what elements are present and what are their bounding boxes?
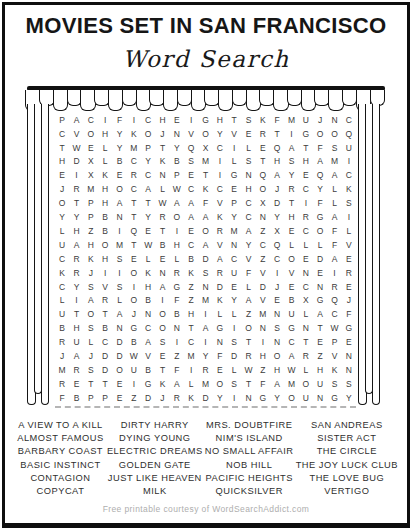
- cell-r15c10: H: [184, 308, 198, 322]
- cell-r9c16: X: [270, 224, 284, 238]
- letter-grid: PACIFICHEIGHTSKFMUJNCCVOHYKOJNVOYVERTIGO…: [55, 113, 356, 405]
- cell-r5c17: Y: [284, 169, 298, 183]
- cell-r3c11: X: [198, 141, 212, 155]
- cell-r2c2: V: [69, 127, 83, 141]
- cell-r17c13: S: [227, 335, 241, 349]
- cell-r7c18: I: [299, 196, 313, 210]
- cell-r15c21: F: [342, 308, 356, 322]
- cell-r10c1: U: [55, 238, 69, 252]
- cell-r2c4: H: [98, 127, 112, 141]
- cell-r19c19: H: [313, 363, 327, 377]
- word-item: GOLDEN GATE: [107, 459, 203, 472]
- cell-r6c11: K: [198, 183, 212, 197]
- cell-r12c20: I: [327, 266, 341, 280]
- cell-r13c2: Y: [69, 280, 83, 294]
- word-item: COPYCAT: [14, 485, 107, 498]
- cell-r9c17: E: [284, 224, 298, 238]
- cell-r18c5: D: [112, 349, 126, 363]
- cell-r16c21: G: [342, 322, 356, 336]
- cell-r18c1: J: [55, 349, 69, 363]
- word-item: BASIC INSTINCT: [14, 459, 107, 472]
- cell-r20c17: M: [284, 377, 298, 391]
- cell-r8c19: G: [313, 210, 327, 224]
- cell-r6c6: C: [127, 183, 141, 197]
- cell-r14c5: L: [112, 294, 126, 308]
- cell-r19c16: H: [270, 363, 284, 377]
- cell-r4c2: D: [69, 155, 83, 169]
- cell-r8c13: Y: [227, 210, 241, 224]
- cell-r2c6: K: [127, 127, 141, 141]
- cell-r17c8: S: [155, 335, 169, 349]
- cell-r5c10: E: [184, 169, 198, 183]
- cell-r21c9: R: [170, 391, 184, 405]
- word-list-column-1: A VIEW TO A KILLALMOST FAMOUSBARBARY COA…: [14, 419, 107, 498]
- cell-r10c11: A: [198, 238, 212, 252]
- word-item: MRS. DOUBTFIRE: [203, 419, 296, 432]
- cell-r13c7: H: [141, 280, 155, 294]
- cell-r4c3: X: [84, 155, 98, 169]
- cell-r9c18: C: [299, 224, 313, 238]
- cell-r12c9: R: [170, 266, 184, 280]
- cell-r6c17: R: [284, 183, 298, 197]
- cell-r17c20: P: [327, 335, 341, 349]
- cell-r16c6: G: [127, 322, 141, 336]
- cell-r12c12: R: [213, 266, 227, 280]
- cell-r14c10: Z: [184, 294, 198, 308]
- cell-r3c18: T: [299, 141, 313, 155]
- cell-r15c19: A: [313, 308, 327, 322]
- grid-bottom-dashed-line: [55, 406, 356, 408]
- cell-r18c18: R: [299, 349, 313, 363]
- cell-r4c12: I: [213, 155, 227, 169]
- cell-r18c20: V: [327, 349, 341, 363]
- cell-r1c1: P: [55, 113, 69, 127]
- cell-r21c17: O: [284, 391, 298, 405]
- cell-r21c12: Y: [213, 391, 227, 405]
- cell-r8c10: A: [184, 210, 198, 224]
- cell-r17c7: A: [141, 335, 155, 349]
- cell-r14c3: A: [84, 294, 98, 308]
- cell-r14c20: Q: [327, 294, 341, 308]
- cell-r11c8: E: [155, 252, 169, 266]
- cell-r14c19: G: [313, 294, 327, 308]
- cell-r6c19: Y: [313, 183, 327, 197]
- cell-r4c18: H: [299, 155, 313, 169]
- cell-r1c13: T: [227, 113, 241, 127]
- cell-r6c20: L: [327, 183, 341, 197]
- cell-r4c14: S: [241, 155, 255, 169]
- cell-r2c8: J: [155, 127, 169, 141]
- cell-r21c8: J: [155, 391, 169, 405]
- cell-r19c8: T: [155, 363, 169, 377]
- word-item: NO SMALL AFFAIR: [203, 445, 296, 458]
- cell-r8c2: Y: [69, 210, 83, 224]
- cell-r13c11: N: [198, 280, 212, 294]
- cell-r10c6: T: [127, 238, 141, 252]
- cell-r5c18: E: [299, 169, 313, 183]
- cell-r17c4: C: [98, 335, 112, 349]
- cell-r19c9: F: [170, 363, 184, 377]
- cell-r5c7: C: [141, 169, 155, 183]
- word-item: ALMOST FAMOUS: [14, 432, 107, 445]
- cell-r5c20: A: [327, 169, 341, 183]
- cell-r15c1: U: [55, 308, 69, 322]
- cell-r9c10: E: [184, 224, 198, 238]
- cell-r11c11: D: [198, 252, 212, 266]
- cell-r16c18: N: [299, 322, 313, 336]
- cell-r21c11: D: [198, 391, 212, 405]
- cell-r12c16: I: [270, 266, 284, 280]
- cell-r1c21: C: [342, 113, 356, 127]
- cell-r8c15: N: [256, 210, 270, 224]
- cell-r8c1: Y: [55, 210, 69, 224]
- cell-r15c7: N: [141, 308, 155, 322]
- cell-r4c7: Y: [141, 155, 155, 169]
- cell-r5c21: C: [342, 169, 356, 183]
- cell-r16c5: N: [112, 322, 126, 336]
- cell-r13c1: C: [55, 280, 69, 294]
- cell-r19c3: S: [84, 363, 98, 377]
- cell-r21c2: B: [69, 391, 83, 405]
- cell-r11c3: K: [84, 252, 98, 266]
- cell-r4c20: M: [327, 155, 341, 169]
- cell-r19c20: K: [327, 363, 341, 377]
- cell-r8c18: R: [299, 210, 313, 224]
- cell-r10c7: W: [141, 238, 155, 252]
- cell-r13c16: J: [270, 280, 284, 294]
- cell-r4c9: B: [170, 155, 184, 169]
- cell-r13c3: S: [84, 280, 98, 294]
- cell-r1c7: C: [141, 113, 155, 127]
- curtain-right-panel: [360, 104, 380, 405]
- cell-r9c2: H: [69, 224, 83, 238]
- cell-r8c21: I: [342, 210, 356, 224]
- cell-r15c3: O: [84, 308, 98, 322]
- cell-r18c12: F: [213, 349, 227, 363]
- cell-r12c11: S: [198, 266, 212, 280]
- cell-r19c11: R: [198, 363, 212, 377]
- cell-r12c2: R: [69, 266, 83, 280]
- cell-r17c15: I: [256, 335, 270, 349]
- cell-r4c13: L: [227, 155, 241, 169]
- cell-r12c5: I: [112, 266, 126, 280]
- cell-r11c5: S: [112, 252, 126, 266]
- cell-r21c13: I: [227, 391, 241, 405]
- cell-r2c3: O: [84, 127, 98, 141]
- cell-r10c12: V: [213, 238, 227, 252]
- cell-r6c16: J: [270, 183, 284, 197]
- cell-r2c13: V: [227, 127, 241, 141]
- cell-r1c19: J: [313, 113, 327, 127]
- cell-r20c5: E: [112, 377, 126, 391]
- cell-r1c10: I: [184, 113, 198, 127]
- cell-r2c5: Y: [112, 127, 126, 141]
- cell-r15c16: N: [270, 308, 284, 322]
- cell-r10c15: C: [256, 238, 270, 252]
- cell-r15c11: I: [198, 308, 212, 322]
- cell-r4c17: S: [284, 155, 298, 169]
- cell-r21c19: N: [313, 391, 327, 405]
- cell-r18c11: Y: [198, 349, 212, 363]
- cell-r9c8: T: [155, 224, 169, 238]
- cell-r8c17: H: [284, 210, 298, 224]
- cell-r8c7: Y: [141, 210, 155, 224]
- cell-r10c17: L: [284, 238, 298, 252]
- cell-r21c10: K: [184, 391, 198, 405]
- cell-r4c11: M: [198, 155, 212, 169]
- word-search-page: MOVIES SET IN SAN FRANCISCO Word Search …: [0, 0, 412, 530]
- cell-r19c5: O: [112, 363, 126, 377]
- cell-r20c10: L: [184, 377, 198, 391]
- cell-r9c7: E: [141, 224, 155, 238]
- cell-r10c19: L: [313, 238, 327, 252]
- cell-r9c12: R: [213, 224, 227, 238]
- cell-r19c6: U: [127, 363, 141, 377]
- cell-r12c10: K: [184, 266, 198, 280]
- cell-r6c12: C: [213, 183, 227, 197]
- cell-r5c5: E: [112, 169, 126, 183]
- cell-r5c1: E: [55, 169, 69, 183]
- cell-r12c3: J: [84, 266, 98, 280]
- cell-r1c6: I: [127, 113, 141, 127]
- cell-r21c16: Y: [270, 391, 284, 405]
- cell-r3c16: Q: [270, 141, 284, 155]
- cell-r6c4: H: [98, 183, 112, 197]
- cell-r11c16: C: [270, 252, 284, 266]
- cell-r21c7: D: [141, 391, 155, 405]
- cell-r17c21: E: [342, 335, 356, 349]
- cell-r1c8: H: [155, 113, 169, 127]
- cell-r17c11: I: [198, 335, 212, 349]
- cell-r12c4: I: [98, 266, 112, 280]
- cell-r20c21: S: [342, 377, 356, 391]
- cell-r11c6: E: [127, 252, 141, 266]
- cell-r9c9: I: [170, 224, 184, 238]
- cell-r5c12: I: [213, 169, 227, 183]
- cell-r1c16: F: [270, 113, 284, 127]
- cell-r21c14: N: [241, 391, 255, 405]
- cell-r21c3: P: [84, 391, 98, 405]
- word-list: A VIEW TO A KILLALMOST FAMOUSBARBARY COA…: [14, 419, 398, 498]
- cell-r8c8: R: [155, 210, 169, 224]
- cell-r16c4: B: [98, 322, 112, 336]
- cell-r18c21: N: [342, 349, 356, 363]
- cell-r14c1: L: [55, 294, 69, 308]
- cell-r14c11: M: [198, 294, 212, 308]
- cell-r17c19: E: [313, 335, 327, 349]
- cell-r20c16: A: [270, 377, 284, 391]
- cell-r7c8: W: [155, 196, 169, 210]
- cell-r18c4: D: [98, 349, 112, 363]
- curtain-pleat: [232, 90, 247, 106]
- cell-r1c11: G: [198, 113, 212, 127]
- cell-r18c15: H: [256, 349, 270, 363]
- cell-r14c7: B: [141, 294, 155, 308]
- cell-r12c18: N: [299, 266, 313, 280]
- cell-r17c10: C: [184, 335, 198, 349]
- cell-r10c5: M: [112, 238, 126, 252]
- cell-r2c7: O: [141, 127, 155, 141]
- cell-r18c9: Z: [170, 349, 184, 363]
- cell-r6c2: R: [69, 183, 83, 197]
- cell-r18c19: Z: [313, 349, 327, 363]
- cell-r1c14: S: [241, 113, 255, 127]
- cell-r4c21: I: [342, 155, 356, 169]
- cell-r18c14: R: [241, 349, 255, 363]
- cell-r2c1: C: [55, 127, 69, 141]
- cell-r8c9: O: [170, 210, 184, 224]
- word-item: THE LOVE BUG: [296, 472, 398, 485]
- cell-r11c14: V: [241, 252, 255, 266]
- cell-r11c9: L: [170, 252, 184, 266]
- cell-r13c6: I: [127, 280, 141, 294]
- cell-r1c18: U: [299, 113, 313, 127]
- cell-r19c7: B: [141, 363, 155, 377]
- cell-r17c18: T: [299, 335, 313, 349]
- cell-r5c2: I: [69, 169, 83, 183]
- cell-r4c16: H: [270, 155, 284, 169]
- cell-r6c15: O: [256, 183, 270, 197]
- cell-r13c12: D: [213, 280, 227, 294]
- cell-r12c15: V: [256, 266, 270, 280]
- cell-r20c3: T: [84, 377, 98, 391]
- cell-r7c14: C: [241, 196, 255, 210]
- cell-r20c1: R: [55, 377, 69, 391]
- cell-r7c21: S: [342, 196, 356, 210]
- cell-r5c16: A: [270, 169, 284, 183]
- cell-r20c9: A: [170, 377, 184, 391]
- cell-r3c2: W: [69, 141, 83, 155]
- cell-r11c7: L: [141, 252, 155, 266]
- cell-r11c10: B: [184, 252, 198, 266]
- word-item: DYING YOUNG: [107, 432, 203, 445]
- cell-r16c1: B: [55, 322, 69, 336]
- cell-r15c17: U: [284, 308, 298, 322]
- cell-r18c17: A: [284, 349, 298, 363]
- word-item: SISTER ACT: [296, 432, 398, 445]
- cell-r5c3: X: [84, 169, 98, 183]
- cell-r6c7: A: [141, 183, 155, 197]
- cell-r2c16: T: [270, 127, 284, 141]
- cell-r10c14: Y: [241, 238, 255, 252]
- cell-r19c10: I: [184, 363, 198, 377]
- cell-r7c10: A: [184, 196, 198, 210]
- cell-r21c20: G: [327, 391, 341, 405]
- cell-r13c17: E: [284, 280, 298, 294]
- cell-r15c13: L: [227, 308, 241, 322]
- cell-r11c15: Z: [256, 252, 270, 266]
- cell-r10c13: N: [227, 238, 241, 252]
- cell-r2c9: N: [170, 127, 184, 141]
- cell-r3c8: T: [155, 141, 169, 155]
- cell-r9c6: Q: [127, 224, 141, 238]
- cell-r7c16: D: [270, 196, 284, 210]
- cell-r9c21: L: [342, 224, 356, 238]
- cell-r17c2: U: [69, 335, 83, 349]
- cell-r4c19: A: [313, 155, 327, 169]
- cell-r9c15: Z: [256, 224, 270, 238]
- cell-r19c2: R: [69, 363, 83, 377]
- cell-r21c21: Y: [342, 391, 356, 405]
- cell-r11c20: A: [327, 252, 341, 266]
- cell-r2c10: V: [184, 127, 198, 141]
- cell-r4c10: S: [184, 155, 198, 169]
- cell-r20c18: O: [299, 377, 313, 391]
- cell-r6c9: W: [170, 183, 184, 197]
- cell-r3c13: I: [227, 141, 241, 155]
- cell-r14c15: V: [256, 294, 270, 308]
- cell-r9c13: M: [227, 224, 241, 238]
- cell-r12c17: V: [284, 266, 298, 280]
- cell-r1c2: A: [69, 113, 83, 127]
- cell-r16c11: A: [198, 322, 212, 336]
- cell-r10c9: H: [170, 238, 184, 252]
- word-item: DIRTY HARRY: [107, 419, 203, 432]
- cell-r14c16: E: [270, 294, 284, 308]
- cell-r11c19: D: [313, 252, 327, 266]
- cell-r20c7: G: [141, 377, 155, 391]
- cell-r7c3: P: [84, 196, 98, 210]
- cell-r12c19: E: [313, 266, 327, 280]
- cell-r16c19: T: [313, 322, 327, 336]
- cell-r5c15: Q: [256, 169, 270, 183]
- cell-r4c8: K: [155, 155, 169, 169]
- cell-r7c17: T: [284, 196, 298, 210]
- curtain-pleat: [177, 90, 192, 106]
- cell-r9c5: I: [112, 224, 126, 238]
- cell-r16c15: N: [256, 322, 270, 336]
- cell-r5c11: T: [198, 169, 212, 183]
- cell-r10c20: F: [327, 238, 341, 252]
- cell-r13c10: Z: [184, 280, 198, 294]
- cell-r6c10: C: [184, 183, 198, 197]
- cell-r3c5: Y: [112, 141, 126, 155]
- cell-r19c14: W: [241, 363, 255, 377]
- cell-r7c11: F: [198, 196, 212, 210]
- cell-r6c14: H: [241, 183, 255, 197]
- cell-r7c20: L: [327, 196, 341, 210]
- word-item: SAN ANDREAS: [296, 419, 398, 432]
- cell-r1c4: I: [98, 113, 112, 127]
- cell-r19c1: M: [55, 363, 69, 377]
- cell-r5c13: G: [227, 169, 241, 183]
- cell-r11c21: E: [342, 252, 356, 266]
- cell-r14c6: O: [127, 294, 141, 308]
- cell-r7c6: T: [127, 196, 141, 210]
- cell-r5c6: R: [127, 169, 141, 183]
- cell-r2c12: Y: [213, 127, 227, 141]
- cell-r14c13: Y: [227, 294, 241, 308]
- word-item: BARBARY COAST: [14, 445, 107, 458]
- cell-r15c14: Z: [241, 308, 255, 322]
- cell-r13c9: G: [170, 280, 184, 294]
- cell-r20c6: I: [127, 377, 141, 391]
- cell-r5c8: N: [155, 169, 169, 183]
- cell-r17c17: C: [284, 335, 298, 349]
- cell-r1c15: K: [256, 113, 270, 127]
- cell-r17c5: D: [112, 335, 126, 349]
- cell-r21c4: P: [98, 391, 112, 405]
- cell-r3c1: T: [55, 141, 69, 155]
- cell-r5c19: Q: [313, 169, 327, 183]
- cell-r7c2: T: [69, 196, 83, 210]
- word-list-column-2: DIRTY HARRYDYING YOUNGELECTRIC DREAMSGOL…: [107, 419, 203, 498]
- word-list-column-3: MRS. DOUBTFIRENIM'S ISLANDNO SMALL AFFAI…: [203, 419, 296, 498]
- cell-r15c2: T: [69, 308, 83, 322]
- cell-r1c5: F: [112, 113, 126, 127]
- cell-r15c20: C: [327, 308, 341, 322]
- cell-r6c8: L: [155, 183, 169, 197]
